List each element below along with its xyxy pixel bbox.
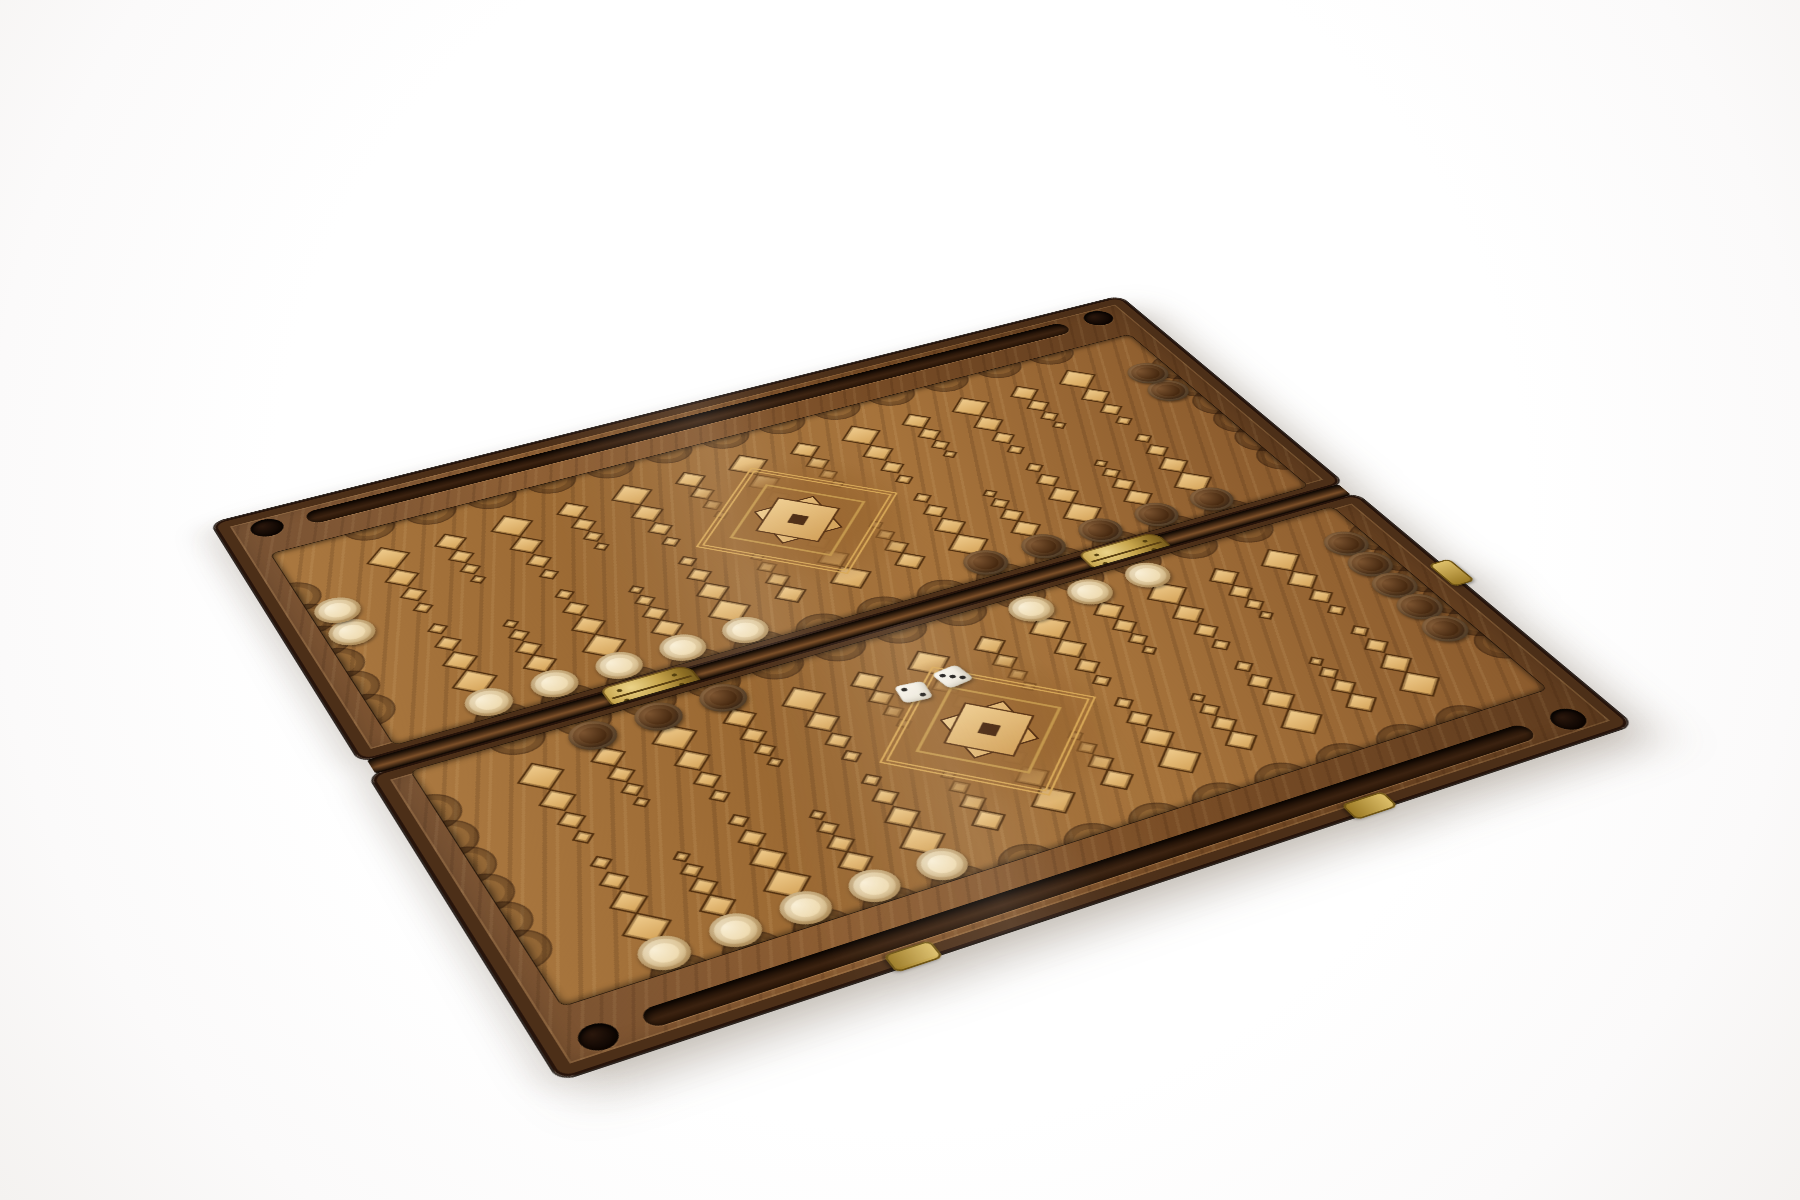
inlay-diamond — [917, 428, 941, 440]
inlay-diamond — [749, 847, 787, 870]
inlay-diamond — [1101, 467, 1120, 477]
inlay-diamond — [1327, 604, 1346, 615]
white-checker[interactable] — [701, 908, 771, 953]
inlay-diamond — [427, 623, 448, 634]
inlay-diamond — [739, 727, 767, 743]
inlay-diamond — [1025, 463, 1043, 473]
inlay-diamond — [790, 442, 821, 458]
inlay-diamond — [448, 549, 475, 563]
inlay-diamond — [1399, 671, 1440, 696]
inlay-diamond — [556, 811, 586, 829]
inlay-diamond — [1345, 693, 1377, 713]
finger-hole — [246, 516, 287, 539]
inlay-diamond — [1280, 708, 1322, 734]
inlay-diamond — [606, 766, 635, 783]
inlay-diamond — [1074, 658, 1100, 673]
inlay-diamond — [1158, 746, 1202, 773]
inlay-diamond — [502, 619, 519, 628]
inlay-diamond — [525, 554, 552, 568]
inlay-diamond — [517, 763, 565, 791]
inlay-diamond — [679, 863, 704, 878]
inlay-diamond — [556, 502, 588, 519]
inlay-diamond — [781, 687, 826, 713]
inlay-diamond — [647, 522, 673, 536]
inlay-diamond — [862, 444, 893, 460]
inlay-diamond — [688, 877, 718, 896]
inlay-diamond — [692, 771, 721, 788]
die-pip — [938, 673, 947, 678]
inlay-diamond — [641, 606, 668, 621]
inlay-diamond — [922, 504, 947, 517]
inlay-diamond — [1234, 660, 1254, 672]
inlay-diamond — [1261, 549, 1301, 572]
inlay-diamond — [1053, 638, 1087, 658]
inlay-diamond — [826, 834, 855, 852]
inlay-diamond — [1262, 689, 1295, 709]
inlay-diamond — [1211, 715, 1238, 731]
inlay-diamond — [1111, 477, 1135, 490]
inlay-diamond — [990, 498, 1010, 509]
inlay-diamond — [1199, 703, 1220, 716]
inlay-diamond — [399, 587, 427, 601]
inlay-diamond — [982, 489, 997, 497]
inlay-diamond — [366, 547, 410, 570]
inlay-diamond — [609, 890, 649, 914]
inlay-diamond — [630, 505, 663, 522]
inlay-diamond — [412, 602, 433, 613]
inlay-diamond — [572, 830, 595, 844]
inlay-diamond — [509, 536, 543, 554]
inlay-diamond — [1225, 730, 1258, 750]
backgammon-board — [212, 296, 1633, 1080]
inlay-diamond — [973, 416, 1004, 432]
inlay-diamond — [1048, 486, 1079, 503]
inlay-diamond — [841, 425, 880, 445]
inlay-diamond — [598, 871, 629, 890]
inlay-diamond — [991, 431, 1015, 443]
finger-hole — [1079, 309, 1119, 328]
inlay-diamond — [611, 484, 653, 505]
inlay-diamond — [766, 757, 784, 767]
inlay-diamond — [824, 732, 852, 749]
inlay-diamond — [1111, 618, 1137, 633]
inlay-diamond — [661, 536, 681, 546]
inlay-diamond — [1007, 445, 1025, 455]
inlay-diamond — [507, 629, 530, 641]
inlay-diamond — [582, 531, 603, 542]
inlay-diamond — [973, 636, 1006, 655]
inlay-diamond — [1141, 645, 1157, 654]
inlay-diamond — [1093, 459, 1108, 467]
inlay-diamond — [1364, 638, 1389, 653]
inlay-diamond — [1380, 653, 1412, 673]
inlay-diamond — [570, 517, 596, 531]
inlay-diamond — [1308, 656, 1324, 666]
inlay-diamond — [1331, 678, 1357, 694]
inlay-diamond — [1308, 589, 1333, 603]
inlay-diamond — [934, 517, 966, 534]
inlay-diamond — [708, 789, 730, 802]
inlay-diamond — [930, 440, 950, 450]
inlay-diamond — [1059, 370, 1096, 389]
inlay-diamond — [1286, 570, 1318, 588]
inlay-diamond — [634, 594, 656, 606]
checker-seat — [478, 923, 562, 979]
inlay-diamond — [632, 796, 650, 807]
inlay-diamond — [1040, 411, 1059, 421]
inlay-diamond — [384, 568, 420, 586]
inlay-diamond — [593, 542, 609, 551]
inlay-diamond — [620, 782, 644, 796]
inlay-diamond — [686, 568, 713, 582]
inlay-diamond — [1189, 693, 1205, 703]
inlay-diamond — [1127, 633, 1148, 645]
inlay-diamond — [727, 814, 749, 827]
inlay-diamond — [514, 640, 542, 655]
inlay-diamond — [902, 414, 932, 429]
inlay-diamond — [1126, 710, 1153, 726]
inlay-diamond — [673, 749, 710, 771]
inlay-diamond — [469, 575, 486, 584]
inlay-diamond — [442, 651, 479, 671]
inlay-diamond — [1081, 388, 1111, 403]
inlay-diamond — [590, 856, 613, 870]
inlay-diamond — [1247, 673, 1273, 689]
inlay-diamond — [880, 461, 905, 474]
inlay-diamond — [1026, 399, 1049, 411]
inlay-diamond — [1099, 403, 1122, 415]
inlay-diamond — [737, 829, 767, 847]
inlay-diamond — [628, 585, 645, 594]
inlay-diamond — [1093, 601, 1125, 619]
inlay-diamond — [434, 636, 462, 651]
inlay-diamond — [459, 563, 481, 574]
inlay-diamond — [1193, 623, 1218, 638]
inlay-diamond — [1258, 610, 1274, 619]
inlay-diamond — [1114, 697, 1134, 709]
inlay-diamond — [1052, 421, 1067, 429]
inlay-diamond — [490, 515, 533, 537]
inlay-diamond — [753, 743, 776, 756]
inlay-diamond — [884, 805, 921, 828]
white-checker[interactable] — [652, 630, 714, 666]
inlay-diamond — [871, 788, 900, 805]
brass-clasp — [1428, 559, 1475, 587]
inlay-diamond — [804, 711, 840, 732]
inlay-diamond — [571, 616, 606, 635]
die-pip — [958, 675, 967, 680]
inlay-diamond — [1209, 568, 1240, 586]
inlay-diamond — [562, 601, 589, 616]
inlay-diamond — [538, 789, 576, 811]
inlay-diamond — [434, 534, 467, 551]
inlay-diamond — [539, 569, 560, 580]
inlay-diamond — [971, 809, 1006, 831]
inlay-diamond — [678, 556, 698, 567]
inlay-diamond — [952, 397, 990, 416]
die-pip — [918, 692, 926, 697]
inlay-diamond — [1211, 639, 1231, 651]
inlay-diamond — [1244, 598, 1264, 610]
inlay-diamond — [841, 750, 863, 763]
inlay-diamond — [696, 582, 730, 601]
inlay-diamond — [1115, 416, 1133, 425]
inlay-diamond — [1134, 433, 1152, 442]
inlay-diamond — [808, 809, 826, 820]
inlay-diamond — [913, 493, 932, 503]
inlay-diamond — [816, 821, 840, 835]
inlay-diamond — [1350, 625, 1369, 636]
finger-hole — [572, 1019, 625, 1055]
inlay-diamond — [1145, 444, 1169, 457]
photo-backdrop — [0, 0, 1800, 1200]
inlay-diamond — [672, 851, 691, 862]
inlay-diamond — [1010, 386, 1039, 401]
finger-hole — [1543, 705, 1594, 733]
inlay-diamond — [999, 508, 1024, 521]
inlay-diamond — [1158, 456, 1188, 472]
inlay-diamond — [1318, 666, 1339, 679]
die-pip — [948, 674, 957, 679]
white-checker[interactable] — [524, 665, 586, 702]
inlay-diamond — [1140, 727, 1175, 748]
inlay-diamond — [1035, 473, 1059, 486]
inlay-diamond — [942, 450, 957, 458]
inlay-diamond — [1172, 604, 1205, 623]
die-pip — [900, 688, 908, 693]
inlay-diamond — [554, 589, 575, 600]
inlay-diamond — [1228, 584, 1253, 598]
inlay-diamond — [774, 585, 807, 603]
